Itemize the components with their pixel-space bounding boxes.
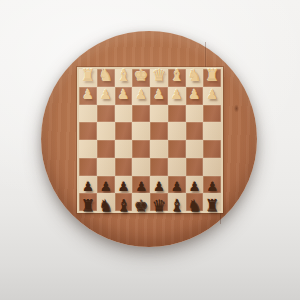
wood-knot <box>233 103 240 114</box>
square-g3[interactable] <box>97 105 115 123</box>
square-b7[interactable]: ♟ <box>186 176 204 194</box>
piece-black-pawn: ♟ <box>206 179 218 192</box>
square-e5[interactable] <box>132 140 150 158</box>
piece-white-pawn: ♟ <box>153 88 165 101</box>
square-c5[interactable] <box>168 140 186 158</box>
square-d4[interactable] <box>150 122 168 140</box>
piece-white-pawn: ♟ <box>206 88 218 101</box>
square-a8[interactable]: ♜ <box>203 193 221 211</box>
square-f7[interactable]: ♟ <box>115 176 133 194</box>
square-c8[interactable]: ♝ <box>168 193 186 211</box>
board-fold-seam-top <box>205 42 206 69</box>
square-a1[interactable]: ♜ <box>203 69 221 87</box>
square-b3[interactable] <box>186 105 204 123</box>
square-d2[interactable]: ♟ <box>150 87 168 105</box>
piece-white-queen: ♛ <box>152 67 166 83</box>
board-frame: ♜♞♝♚♛♝♞♜♟♟♟♟♟♟♟♟♟♟♟♟♟♟♟♟♜♞♝♚♛♝♞♜ <box>77 67 223 213</box>
piece-black-knight: ♞ <box>187 198 201 214</box>
square-f2[interactable]: ♟ <box>115 87 133 105</box>
square-e2[interactable]: ♟ <box>132 87 150 105</box>
piece-white-bishop: ♝ <box>116 67 130 83</box>
square-c3[interactable] <box>168 105 186 123</box>
square-d6[interactable] <box>150 158 168 176</box>
square-b8[interactable]: ♞ <box>186 193 204 211</box>
square-d1[interactable]: ♛ <box>150 69 168 87</box>
square-e7[interactable]: ♟ <box>132 176 150 194</box>
square-f3[interactable] <box>115 105 133 123</box>
piece-black-pawn: ♟ <box>171 179 183 192</box>
square-g1[interactable]: ♞ <box>97 69 115 87</box>
square-g5[interactable] <box>97 140 115 158</box>
piece-white-pawn: ♟ <box>171 88 183 101</box>
square-h2[interactable]: ♟ <box>79 87 97 105</box>
square-b1[interactable]: ♞ <box>186 69 204 87</box>
square-a5[interactable] <box>203 140 221 158</box>
square-b6[interactable] <box>186 158 204 176</box>
square-g2[interactable]: ♟ <box>97 87 115 105</box>
piece-white-bishop: ♝ <box>169 67 183 83</box>
square-b4[interactable] <box>186 122 204 140</box>
piece-white-pawn: ♟ <box>100 88 112 101</box>
square-f4[interactable] <box>115 122 133 140</box>
piece-white-knight: ♞ <box>98 67 112 83</box>
square-e3[interactable] <box>132 105 150 123</box>
square-d5[interactable] <box>150 140 168 158</box>
square-h6[interactable] <box>79 158 97 176</box>
square-g4[interactable] <box>97 122 115 140</box>
piece-black-rook: ♜ <box>205 198 219 214</box>
piece-white-pawn: ♟ <box>189 88 201 101</box>
square-d8[interactable]: ♛ <box>150 193 168 211</box>
square-a7[interactable]: ♟ <box>203 176 221 194</box>
piece-black-rook: ♜ <box>81 198 95 214</box>
square-h4[interactable] <box>79 122 97 140</box>
round-chess-board: ♜♞♝♚♛♝♞♜♟♟♟♟♟♟♟♟♟♟♟♟♟♟♟♟♜♞♝♚♛♝♞♜ <box>41 31 257 247</box>
piece-white-rook: ♜ <box>205 67 219 83</box>
piece-black-pawn: ♟ <box>153 179 165 192</box>
square-h1[interactable]: ♜ <box>79 69 97 87</box>
square-c2[interactable]: ♟ <box>168 87 186 105</box>
piece-black-pawn: ♟ <box>189 179 201 192</box>
square-e1[interactable]: ♚ <box>132 69 150 87</box>
piece-black-pawn: ♟ <box>135 179 147 192</box>
square-b2[interactable]: ♟ <box>186 87 204 105</box>
piece-black-pawn: ♟ <box>82 179 94 192</box>
piece-black-queen: ♛ <box>152 198 166 214</box>
square-g6[interactable] <box>97 158 115 176</box>
square-e4[interactable] <box>132 122 150 140</box>
square-b5[interactable] <box>186 140 204 158</box>
square-e8[interactable]: ♚ <box>132 193 150 211</box>
square-c4[interactable] <box>168 122 186 140</box>
square-f5[interactable] <box>115 140 133 158</box>
square-g7[interactable]: ♟ <box>97 176 115 194</box>
square-h3[interactable] <box>79 105 97 123</box>
square-d3[interactable] <box>150 105 168 123</box>
piece-black-pawn: ♟ <box>100 179 112 192</box>
square-c1[interactable]: ♝ <box>168 69 186 87</box>
photo-background: ♜♞♝♚♛♝♞♜♟♟♟♟♟♟♟♟♟♟♟♟♟♟♟♟♜♞♝♚♛♝♞♜ <box>0 0 300 300</box>
square-e6[interactable] <box>132 158 150 176</box>
square-f1[interactable]: ♝ <box>115 69 133 87</box>
square-d7[interactable]: ♟ <box>150 176 168 194</box>
board-fold-seam-bottom <box>220 212 221 224</box>
piece-black-pawn: ♟ <box>118 179 130 192</box>
piece-black-bishop: ♝ <box>116 198 130 214</box>
square-f8[interactable]: ♝ <box>115 193 133 211</box>
piece-black-king: ♚ <box>134 198 148 214</box>
square-c6[interactable] <box>168 158 186 176</box>
square-h5[interactable] <box>79 140 97 158</box>
square-c7[interactable]: ♟ <box>168 176 186 194</box>
square-f6[interactable] <box>115 158 133 176</box>
square-a6[interactable] <box>203 158 221 176</box>
piece-black-bishop: ♝ <box>169 198 183 214</box>
square-h7[interactable]: ♟ <box>79 176 97 194</box>
piece-white-pawn: ♟ <box>118 88 130 101</box>
piece-black-knight: ♞ <box>98 198 112 214</box>
square-a2[interactable]: ♟ <box>203 87 221 105</box>
piece-white-rook: ♜ <box>81 67 95 83</box>
chess-board-grid: ♜♞♝♚♛♝♞♜♟♟♟♟♟♟♟♟♟♟♟♟♟♟♟♟♜♞♝♚♛♝♞♜ <box>79 69 221 211</box>
piece-white-king: ♚ <box>134 67 148 83</box>
piece-white-pawn: ♟ <box>82 88 94 101</box>
square-a4[interactable] <box>203 122 221 140</box>
piece-white-pawn: ♟ <box>135 88 147 101</box>
square-a3[interactable] <box>203 105 221 123</box>
square-h8[interactable]: ♜ <box>79 193 97 211</box>
square-g8[interactable]: ♞ <box>97 193 115 211</box>
piece-white-knight: ♞ <box>187 67 201 83</box>
